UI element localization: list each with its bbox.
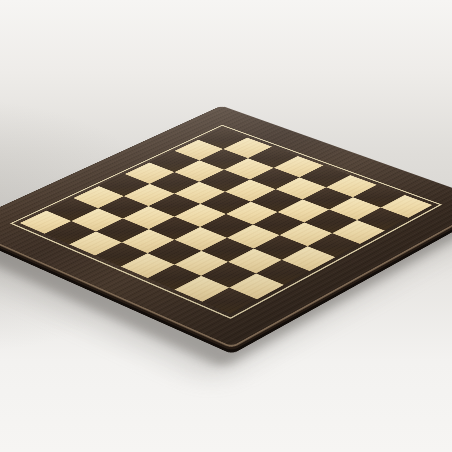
board-rotation-wrapper	[0, 0, 452, 452]
chess-board	[0, 106, 452, 347]
photo-canvas	[0, 0, 452, 452]
perspective-scene	[0, 0, 452, 452]
